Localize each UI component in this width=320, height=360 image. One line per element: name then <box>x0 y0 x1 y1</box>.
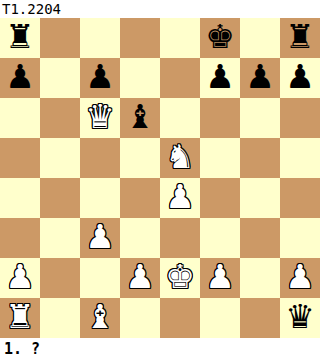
square-e8[interactable] <box>160 18 200 58</box>
square-e6[interactable] <box>160 98 200 138</box>
square-h5[interactable] <box>280 138 320 178</box>
square-h6[interactable] <box>280 98 320 138</box>
piece-black-pawn-a7: ♟ <box>5 57 35 97</box>
piece-black-bishop-d6: ♝ <box>125 97 155 137</box>
square-e5[interactable]: ♞ <box>160 138 200 178</box>
square-d3[interactable] <box>120 218 160 258</box>
square-c7[interactable]: ♟ <box>80 58 120 98</box>
square-d2[interactable]: ♟ <box>120 258 160 298</box>
square-d1[interactable] <box>120 298 160 338</box>
square-h3[interactable] <box>280 218 320 258</box>
square-d5[interactable] <box>120 138 160 178</box>
square-c3[interactable]: ♟ <box>80 218 120 258</box>
square-b2[interactable] <box>40 258 80 298</box>
square-g3[interactable] <box>240 218 280 258</box>
piece-black-rook-h8: ♜ <box>285 17 315 57</box>
square-b4[interactable] <box>40 178 80 218</box>
piece-white-bishop-c1: ♝ <box>85 297 115 337</box>
piece-black-pawn-c7: ♟ <box>85 57 115 97</box>
square-h2[interactable]: ♟ <box>280 258 320 298</box>
square-a8[interactable]: ♜ <box>0 18 40 58</box>
piece-white-pawn-e4: ♟ <box>165 177 195 217</box>
square-c8[interactable] <box>80 18 120 58</box>
square-e2[interactable]: ♚ <box>160 258 200 298</box>
square-c6[interactable]: ♛ <box>80 98 120 138</box>
piece-black-pawn-g7: ♟ <box>245 57 275 97</box>
square-f3[interactable] <box>200 218 240 258</box>
square-g8[interactable] <box>240 18 280 58</box>
piece-black-pawn-f7: ♟ <box>205 57 235 97</box>
square-b5[interactable] <box>40 138 80 178</box>
square-a2[interactable]: ♟ <box>0 258 40 298</box>
square-b1[interactable] <box>40 298 80 338</box>
square-a7[interactable]: ♟ <box>0 58 40 98</box>
piece-white-pawn-h2: ♟ <box>285 257 315 297</box>
square-g4[interactable] <box>240 178 280 218</box>
piece-white-queen-c6: ♛ <box>85 97 115 137</box>
piece-black-queen-h1: ♛ <box>285 297 315 337</box>
piece-black-rook-a8: ♜ <box>5 17 35 57</box>
square-b3[interactable] <box>40 218 80 258</box>
square-e4[interactable]: ♟ <box>160 178 200 218</box>
square-c5[interactable] <box>80 138 120 178</box>
square-f1[interactable] <box>200 298 240 338</box>
square-g2[interactable] <box>240 258 280 298</box>
square-f8[interactable]: ♚ <box>200 18 240 58</box>
move-prompt: 1. ? <box>4 340 40 358</box>
puzzle-id: T1.2204 <box>2 1 61 17</box>
chess-board: ♜♚♜♟♟♟♟♟♛♝♞♟♟♟♟♚♟♟♜♝♛ <box>0 18 320 338</box>
piece-white-pawn-c3: ♟ <box>85 217 115 257</box>
square-f7[interactable]: ♟ <box>200 58 240 98</box>
square-d8[interactable] <box>120 18 160 58</box>
square-a4[interactable] <box>0 178 40 218</box>
square-a6[interactable] <box>0 98 40 138</box>
square-a1[interactable]: ♜ <box>0 298 40 338</box>
square-c4[interactable] <box>80 178 120 218</box>
square-h8[interactable]: ♜ <box>280 18 320 58</box>
square-h7[interactable]: ♟ <box>280 58 320 98</box>
square-g7[interactable]: ♟ <box>240 58 280 98</box>
square-e1[interactable] <box>160 298 200 338</box>
square-g5[interactable] <box>240 138 280 178</box>
piece-white-knight-e5: ♞ <box>165 137 195 177</box>
square-b6[interactable] <box>40 98 80 138</box>
square-c2[interactable] <box>80 258 120 298</box>
chess-puzzle-page: T1.2204 ♜♚♜♟♟♟♟♟♛♝♞♟♟♟♟♚♟♟♜♝♛ 1. ? <box>0 0 320 360</box>
square-g6[interactable] <box>240 98 280 138</box>
square-a5[interactable] <box>0 138 40 178</box>
square-h4[interactable] <box>280 178 320 218</box>
piece-white-pawn-f2: ♟ <box>205 257 235 297</box>
square-a3[interactable] <box>0 218 40 258</box>
square-d7[interactable] <box>120 58 160 98</box>
piece-white-pawn-a2: ♟ <box>5 257 35 297</box>
square-f4[interactable] <box>200 178 240 218</box>
square-b7[interactable] <box>40 58 80 98</box>
piece-black-king-f8: ♚ <box>205 17 235 57</box>
square-e7[interactable] <box>160 58 200 98</box>
square-g1[interactable] <box>240 298 280 338</box>
square-c1[interactable]: ♝ <box>80 298 120 338</box>
square-h1[interactable]: ♛ <box>280 298 320 338</box>
square-e3[interactable] <box>160 218 200 258</box>
square-f2[interactable]: ♟ <box>200 258 240 298</box>
square-d4[interactable] <box>120 178 160 218</box>
piece-white-rook-a1: ♜ <box>5 297 35 337</box>
piece-white-king-e2: ♚ <box>165 257 195 297</box>
piece-black-pawn-h7: ♟ <box>285 57 315 97</box>
square-b8[interactable] <box>40 18 80 58</box>
square-f6[interactable] <box>200 98 240 138</box>
square-d6[interactable]: ♝ <box>120 98 160 138</box>
square-f5[interactable] <box>200 138 240 178</box>
piece-white-pawn-d2: ♟ <box>125 257 155 297</box>
